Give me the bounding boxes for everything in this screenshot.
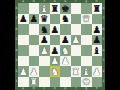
square-g7[interactable]: ♛ xyxy=(81,14,92,25)
rank-label-8: 8 xyxy=(102,3,105,14)
square-e2[interactable] xyxy=(60,66,71,77)
file-label-d: d xyxy=(50,87,61,90)
file-label-g: g xyxy=(81,87,92,90)
square-f5[interactable]: ♟ xyxy=(71,35,82,46)
square-c7[interactable]: ♛ xyxy=(39,14,50,25)
file-label-c: c xyxy=(39,87,50,90)
piece-black-pawn[interactable]: ♟ xyxy=(19,14,28,24)
chess-board: abcdefgh abcdefgh 87654321 87654321 ♝♜♚♜… xyxy=(15,0,105,90)
square-h2[interactable]: ♟ xyxy=(92,66,103,77)
file-label-e: e xyxy=(60,87,71,90)
square-f3[interactable] xyxy=(71,56,82,67)
square-h4[interactable]: ♝ xyxy=(92,45,103,56)
square-f2[interactable]: ♜ xyxy=(71,66,82,77)
square-f4[interactable] xyxy=(71,45,82,56)
square-e7[interactable]: ♞ xyxy=(60,14,71,25)
square-d6[interactable]: ♟ xyxy=(50,24,61,35)
square-b4[interactable] xyxy=(29,45,40,56)
piece-white-bishop[interactable]: ♝ xyxy=(82,66,91,76)
piece-black-queen[interactable]: ♛ xyxy=(40,14,49,24)
piece-white-queen[interactable]: ♛ xyxy=(82,14,91,24)
square-a3[interactable] xyxy=(18,56,29,67)
file-label-f: f xyxy=(71,87,82,90)
piece-black-pawn[interactable]: ♟ xyxy=(92,24,101,34)
square-g6[interactable] xyxy=(81,24,92,35)
square-g1[interactable]: ♚ xyxy=(81,77,92,88)
square-a8[interactable] xyxy=(18,3,29,14)
square-g2[interactable]: ♝ xyxy=(81,66,92,77)
piece-black-pawn[interactable]: ♟ xyxy=(50,45,59,55)
file-label-a: a xyxy=(18,87,29,90)
board-grid: ♝♜♚♜♟♟♛♞♛♞♟♟♟♟♟♟♟♟♞♝♟♟♟♟♞♜♝♟♜♚ xyxy=(18,3,102,87)
piece-black-rook[interactable]: ♜ xyxy=(92,3,101,13)
square-b1[interactable]: ♜ xyxy=(29,77,40,88)
piece-white-pawn[interactable]: ♟ xyxy=(19,66,28,76)
square-e5[interactable]: ♟ xyxy=(60,35,71,46)
square-c3[interactable] xyxy=(39,56,50,67)
piece-black-bishop[interactable]: ♝ xyxy=(92,45,101,55)
square-f8[interactable] xyxy=(71,3,82,14)
square-f6[interactable] xyxy=(71,24,82,35)
rank-label-1: 1 xyxy=(102,77,105,88)
piece-white-knight[interactable]: ♞ xyxy=(61,45,70,55)
square-h8[interactable]: ♜ xyxy=(92,3,103,14)
square-e3[interactable]: ♟ xyxy=(60,56,71,67)
piece-black-pawn[interactable]: ♟ xyxy=(29,14,38,24)
square-e4[interactable]: ♞ xyxy=(60,45,71,56)
square-d2[interactable]: ♞ xyxy=(50,66,61,77)
piece-white-pawn[interactable]: ♟ xyxy=(29,66,38,76)
rank-labels-right: 87654321 xyxy=(102,3,105,87)
square-d7[interactable] xyxy=(50,14,61,25)
rank-label-2: 2 xyxy=(102,66,105,77)
piece-black-knight[interactable]: ♞ xyxy=(40,24,49,34)
rank-label-3: 3 xyxy=(102,56,105,67)
piece-white-bishop[interactable]: ♝ xyxy=(40,3,49,13)
square-g4[interactable] xyxy=(81,45,92,56)
piece-black-rook[interactable]: ♜ xyxy=(50,3,59,13)
square-c8[interactable]: ♝ xyxy=(39,3,50,14)
square-g5[interactable] xyxy=(81,35,92,46)
file-labels-bottom: abcdefgh xyxy=(18,87,102,90)
square-b3[interactable] xyxy=(29,56,40,67)
square-e8[interactable]: ♚ xyxy=(60,3,71,14)
square-a4[interactable] xyxy=(18,45,29,56)
piece-white-rook[interactable]: ♜ xyxy=(29,77,38,87)
square-h3[interactable] xyxy=(92,56,103,67)
square-b5[interactable] xyxy=(29,35,40,46)
square-h7[interactable] xyxy=(92,14,103,25)
square-a1[interactable] xyxy=(18,77,29,88)
square-h6[interactable]: ♟ xyxy=(92,24,103,35)
square-b7[interactable]: ♟ xyxy=(29,14,40,25)
square-b6[interactable] xyxy=(29,24,40,35)
piece-black-pawn[interactable]: ♟ xyxy=(61,35,70,45)
square-d8[interactable]: ♜ xyxy=(50,3,61,14)
piece-white-pawn[interactable]: ♟ xyxy=(50,56,59,66)
piece-white-knight[interactable]: ♞ xyxy=(50,66,59,76)
square-h1[interactable] xyxy=(92,77,103,88)
square-d1[interactable] xyxy=(50,77,61,88)
rank-label-7: 7 xyxy=(102,14,105,25)
piece-black-king[interactable]: ♚ xyxy=(61,3,70,13)
square-a7[interactable]: ♟ xyxy=(18,14,29,25)
file-label-h: h xyxy=(92,87,103,90)
piece-black-pawn[interactable]: ♟ xyxy=(92,35,101,45)
square-c1[interactable] xyxy=(39,77,50,88)
square-g8[interactable] xyxy=(81,3,92,14)
square-b2[interactable]: ♟ xyxy=(29,66,40,77)
square-a5[interactable] xyxy=(18,35,29,46)
square-b8[interactable] xyxy=(29,3,40,14)
rank-label-6: 6 xyxy=(102,24,105,35)
square-e6[interactable] xyxy=(60,24,71,35)
square-a2[interactable]: ♟ xyxy=(18,66,29,77)
piece-white-pawn[interactable]: ♟ xyxy=(71,35,80,45)
square-a6[interactable] xyxy=(18,24,29,35)
square-d3[interactable]: ♟ xyxy=(50,56,61,67)
rank-label-5: 5 xyxy=(102,35,105,46)
square-d5[interactable] xyxy=(50,35,61,46)
piece-white-king[interactable]: ♚ xyxy=(82,77,91,87)
square-c5[interactable]: ♟ xyxy=(39,35,50,46)
square-e1[interactable] xyxy=(60,77,71,88)
square-h5[interactable]: ♟ xyxy=(92,35,103,46)
square-c4[interactable]: ♟ xyxy=(39,45,50,56)
piece-white-rook[interactable]: ♜ xyxy=(71,66,80,76)
piece-black-knight[interactable]: ♞ xyxy=(61,14,70,24)
rank-label-4: 4 xyxy=(102,45,105,56)
piece-white-pawn[interactable]: ♟ xyxy=(92,66,101,76)
square-f1[interactable] xyxy=(71,77,82,88)
square-c6[interactable]: ♞ xyxy=(39,24,50,35)
piece-black-pawn[interactable]: ♟ xyxy=(40,35,49,45)
square-d4[interactable]: ♟ xyxy=(50,45,61,56)
screenshot-stage: abcdefgh abcdefgh 87654321 87654321 ♝♜♚♜… xyxy=(0,0,120,90)
piece-black-pawn[interactable]: ♟ xyxy=(50,24,59,34)
square-f7[interactable] xyxy=(71,14,82,25)
square-c2[interactable] xyxy=(39,66,50,77)
file-label-b: b xyxy=(29,87,40,90)
square-g3[interactable] xyxy=(81,56,92,67)
piece-white-pawn[interactable]: ♟ xyxy=(40,45,49,55)
piece-white-pawn[interactable]: ♟ xyxy=(61,56,70,66)
